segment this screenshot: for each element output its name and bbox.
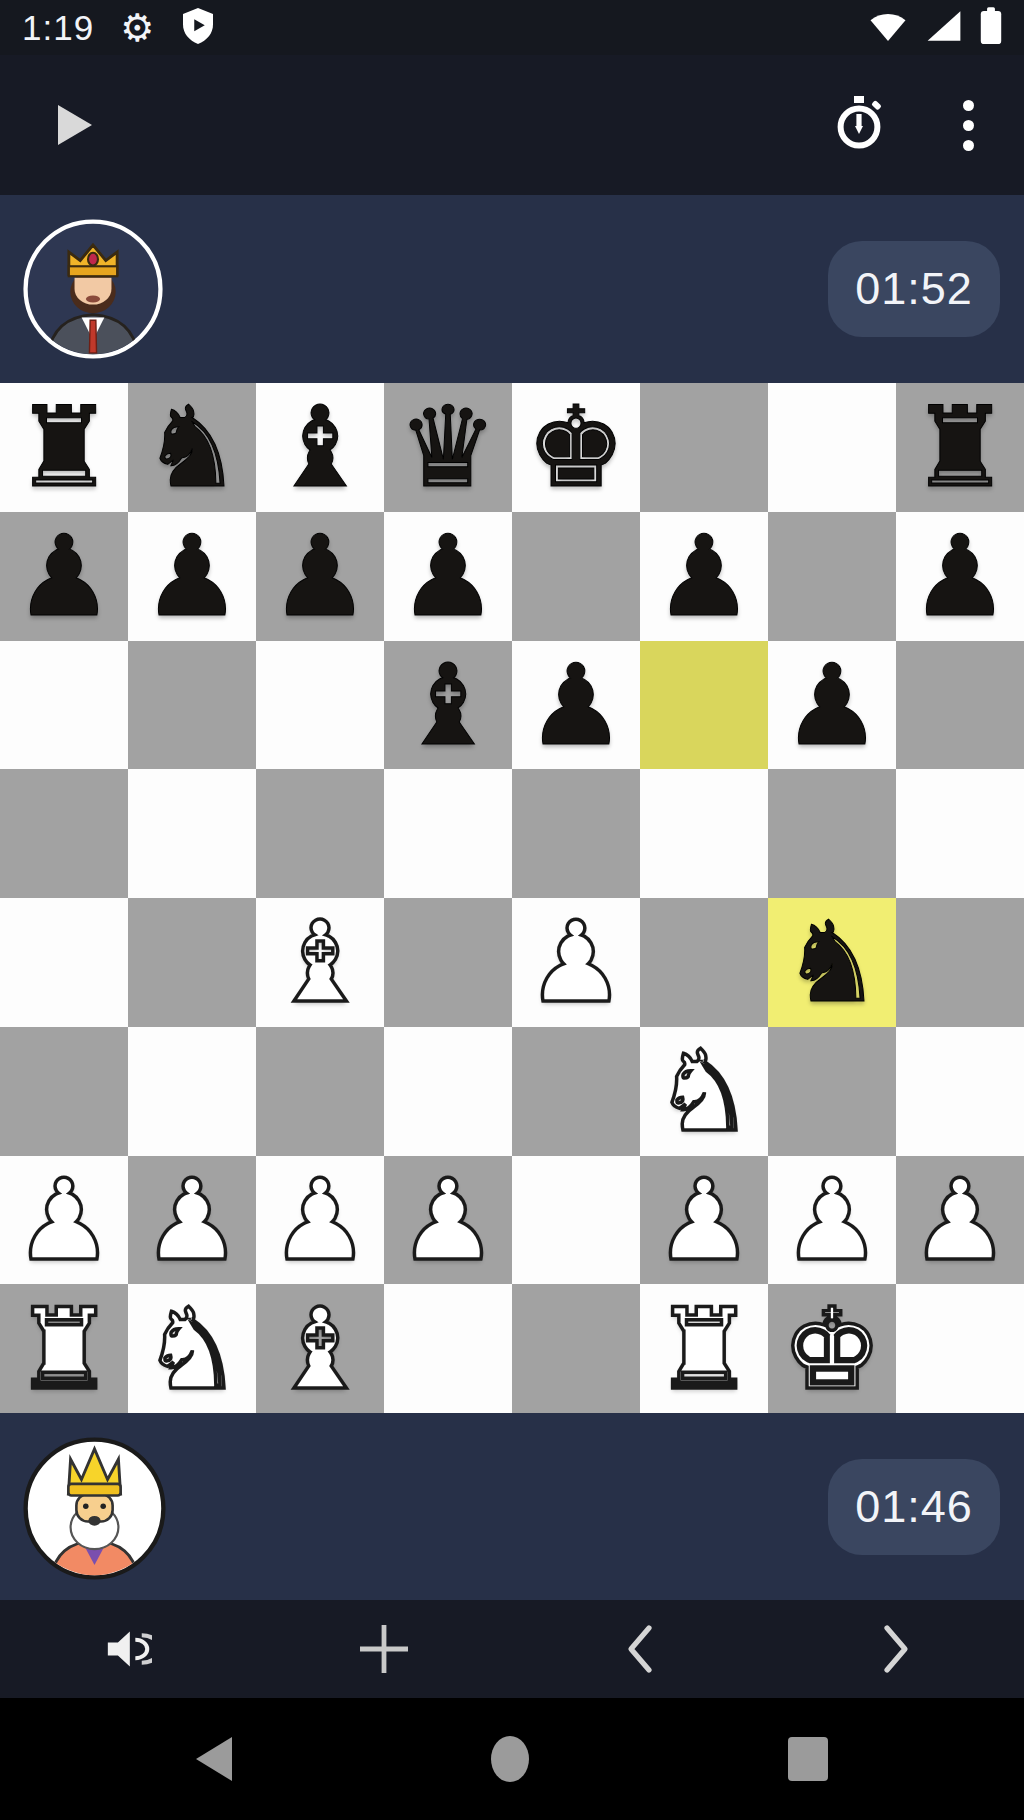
wifi-icon	[868, 9, 908, 47]
player-clock: 01:46	[828, 1459, 1000, 1555]
chess-board: ♜♞♝♛♚♜♟♟♟♟♟♟♝♟♟♝♟♞♞♟♟♟♟♟♟♟♜♞♝♜♚	[0, 383, 1024, 1413]
piece-black-queen: ♛	[398, 391, 498, 503]
square-c7[interactable]: ♟	[256, 512, 384, 641]
square-f3[interactable]: ♞	[640, 1027, 768, 1156]
piece-white-pawn: ♟	[654, 1164, 754, 1276]
piece-white-bishop: ♝	[270, 1293, 370, 1405]
square-a2[interactable]: ♟	[0, 1156, 128, 1285]
plus-button[interactable]	[348, 1613, 420, 1685]
status-bar: 1:19 ⚙	[0, 0, 1024, 55]
square-f6[interactable]	[640, 641, 768, 770]
bottom-toolbar	[0, 1600, 1024, 1698]
square-c5[interactable]	[256, 769, 384, 898]
square-d7[interactable]: ♟	[384, 512, 512, 641]
square-a7[interactable]: ♟	[0, 512, 128, 641]
square-f7[interactable]: ♟	[640, 512, 768, 641]
piece-black-pawn: ♟	[654, 520, 754, 632]
opponent-bar: 01:52	[0, 195, 1024, 383]
piece-white-pawn: ♟	[782, 1164, 882, 1276]
nav-recents-button[interactable]	[788, 1737, 828, 1781]
square-a8[interactable]: ♜	[0, 383, 128, 512]
square-h1[interactable]	[896, 1284, 1024, 1413]
overflow-menu-button[interactable]	[959, 96, 978, 155]
square-e5[interactable]	[512, 769, 640, 898]
piece-black-bishop: ♝	[270, 391, 370, 503]
volume-button[interactable]	[96, 1619, 160, 1679]
piece-white-knight: ♞	[654, 1035, 754, 1147]
piece-white-pawn: ♟	[14, 1164, 114, 1276]
square-e4[interactable]: ♟	[512, 898, 640, 1027]
square-f2[interactable]: ♟	[640, 1156, 768, 1285]
square-g8[interactable]	[768, 383, 896, 512]
square-b7[interactable]: ♟	[128, 512, 256, 641]
square-f5[interactable]	[640, 769, 768, 898]
piece-white-pawn: ♟	[398, 1164, 498, 1276]
settings-gear-icon: ⚙	[120, 9, 154, 47]
opponent-clock: 01:52	[828, 241, 1000, 337]
chevron-right-button[interactable]	[873, 1616, 919, 1682]
android-nav-bar	[0, 1698, 1024, 1820]
play-icon	[58, 105, 92, 145]
piece-white-knight: ♞	[142, 1293, 242, 1405]
square-h5[interactable]	[896, 769, 1024, 898]
piece-white-king: ♚	[782, 1293, 882, 1405]
square-d1[interactable]	[384, 1284, 512, 1413]
square-a5[interactable]	[0, 769, 128, 898]
piece-black-rook: ♜	[14, 391, 114, 503]
piece-white-pawn: ♟	[270, 1164, 370, 1276]
piece-white-bishop: ♝	[270, 906, 370, 1018]
square-f1[interactable]: ♜	[640, 1284, 768, 1413]
square-h8[interactable]: ♜	[896, 383, 1024, 512]
square-g1[interactable]: ♚	[768, 1284, 896, 1413]
square-e6[interactable]: ♟	[512, 641, 640, 770]
piece-black-knight: ♞	[782, 906, 882, 1018]
piece-black-pawn: ♟	[270, 520, 370, 632]
square-b3[interactable]	[128, 1027, 256, 1156]
piece-white-pawn: ♟	[910, 1164, 1010, 1276]
piece-black-pawn: ♟	[398, 520, 498, 632]
status-bar-left: 1:19 ⚙	[22, 6, 216, 50]
square-g7[interactable]	[768, 512, 896, 641]
piece-black-pawn: ♟	[782, 649, 882, 761]
square-g2[interactable]: ♟	[768, 1156, 896, 1285]
square-b1[interactable]: ♞	[128, 1284, 256, 1413]
play-protect-shield-icon	[180, 6, 216, 50]
square-g5[interactable]	[768, 769, 896, 898]
piece-black-knight: ♞	[142, 391, 242, 503]
piece-black-pawn: ♟	[142, 520, 242, 632]
square-d4[interactable]	[384, 898, 512, 1027]
square-h6[interactable]	[896, 641, 1024, 770]
square-b5[interactable]	[128, 769, 256, 898]
square-b2[interactable]: ♟	[128, 1156, 256, 1285]
square-e7[interactable]	[512, 512, 640, 641]
square-c3[interactable]	[256, 1027, 384, 1156]
cell-signal-icon	[926, 9, 962, 47]
nav-back-button[interactable]	[196, 1737, 232, 1781]
square-d8[interactable]: ♛	[384, 383, 512, 512]
square-f8[interactable]	[640, 383, 768, 512]
square-d6[interactable]: ♝	[384, 641, 512, 770]
opponent-avatar[interactable]	[22, 218, 164, 360]
square-c4[interactable]: ♝	[256, 898, 384, 1027]
square-c2[interactable]: ♟	[256, 1156, 384, 1285]
square-e1[interactable]	[512, 1284, 640, 1413]
square-h3[interactable]	[896, 1027, 1024, 1156]
play-button[interactable]	[58, 105, 92, 145]
square-d5[interactable]	[384, 769, 512, 898]
piece-white-pawn: ♟	[142, 1164, 242, 1276]
square-h4[interactable]	[896, 898, 1024, 1027]
square-c1[interactable]: ♝	[256, 1284, 384, 1413]
battery-icon	[980, 7, 1002, 49]
square-e8[interactable]: ♚	[512, 383, 640, 512]
piece-black-rook: ♜	[910, 391, 1010, 503]
square-b4[interactable]	[128, 898, 256, 1027]
piece-white-rook: ♜	[14, 1293, 114, 1405]
square-g6[interactable]: ♟	[768, 641, 896, 770]
square-d2[interactable]: ♟	[384, 1156, 512, 1285]
phone-screen: 1:19 ⚙	[0, 0, 1024, 1820]
square-c6[interactable]	[256, 641, 384, 770]
square-a4[interactable]	[0, 898, 128, 1027]
piece-white-pawn: ♟	[526, 906, 626, 1018]
piece-black-king: ♚	[526, 391, 626, 503]
square-d3[interactable]	[384, 1027, 512, 1156]
square-h7[interactable]: ♟	[896, 512, 1024, 641]
timer-button[interactable]	[833, 95, 885, 155]
top-toolbar	[0, 55, 1024, 195]
piece-white-rook: ♜	[654, 1293, 754, 1405]
square-a3[interactable]	[0, 1027, 128, 1156]
square-g4[interactable]: ♞	[768, 898, 896, 1027]
nav-home-button[interactable]	[491, 1736, 529, 1782]
piece-black-bishop: ♝	[398, 649, 498, 761]
piece-black-pawn: ♟	[526, 649, 626, 761]
toolbar-right	[833, 95, 978, 155]
piece-black-pawn: ♟	[910, 520, 1010, 632]
square-c8[interactable]: ♝	[256, 383, 384, 512]
opponent-clock-time: 01:52	[855, 263, 973, 315]
square-f4[interactable]	[640, 898, 768, 1027]
player-avatar[interactable]	[22, 1436, 164, 1578]
chevron-left-button[interactable]	[617, 1616, 663, 1682]
player-bar: 01:46	[0, 1413, 1024, 1600]
piece-black-pawn: ♟	[14, 520, 114, 632]
square-a6[interactable]	[0, 641, 128, 770]
square-b6[interactable]	[128, 641, 256, 770]
square-h2[interactable]: ♟	[896, 1156, 1024, 1285]
status-bar-right	[868, 7, 1002, 49]
square-g3[interactable]	[768, 1027, 896, 1156]
square-e3[interactable]	[512, 1027, 640, 1156]
square-e2[interactable]	[512, 1156, 640, 1285]
square-a1[interactable]: ♜	[0, 1284, 128, 1413]
square-b8[interactable]: ♞	[128, 383, 256, 512]
status-clock: 1:19	[22, 8, 94, 48]
player-clock-time: 01:46	[855, 1481, 973, 1533]
